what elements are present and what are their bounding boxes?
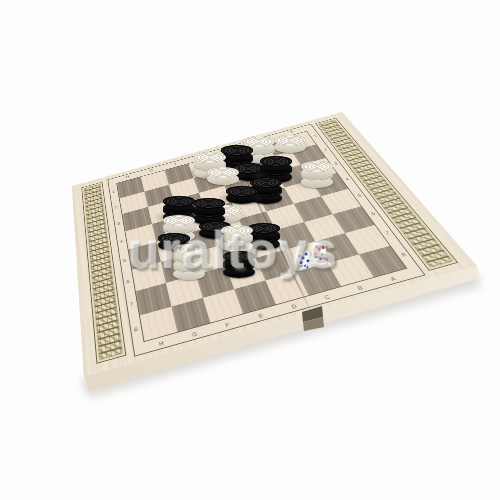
- clasp-notch: [0, 0, 500, 500]
- product-photo: HGFEDCBAHGFEDCBA1234567812345678 uraltoy…: [0, 0, 500, 500]
